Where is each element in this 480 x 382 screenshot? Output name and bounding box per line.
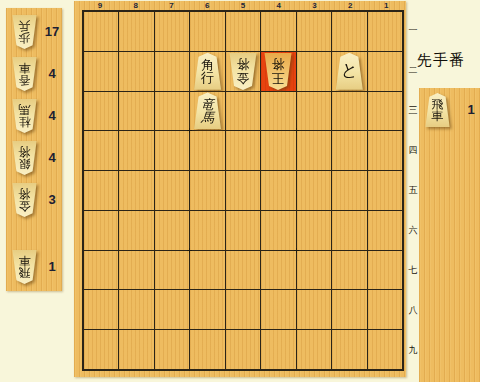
cell-3-7[interactable] — [297, 251, 331, 290]
cell-6-4[interactable] — [190, 131, 224, 170]
piece-sente-tokin[interactable]: と — [334, 53, 364, 90]
cell-2-5[interactable] — [332, 171, 366, 210]
hand-piece-sente-rook[interactable]: 飛車 — [424, 93, 451, 127]
cell-4-5[interactable] — [261, 171, 295, 210]
cell-6-8[interactable] — [190, 290, 224, 329]
file-labels: 987654321 — [82, 1, 404, 10]
shogi-diagram: 歩兵17香車4桂馬4銀将4金将3飛車1 987654321 角行金将王将と竜馬 … — [0, 0, 480, 382]
cell-1-1[interactable] — [368, 12, 402, 51]
gote-hand-row-lance: 香車4 — [6, 57, 62, 95]
piece-kanji: 桂 — [19, 116, 31, 128]
hand-piece-gote-pawn[interactable]: 歩兵 — [11, 15, 38, 49]
piece-face: 金将 — [11, 183, 38, 217]
cell-3-5[interactable] — [297, 171, 331, 210]
cell-2-2[interactable]: と — [332, 52, 366, 91]
cell-3-2[interactable] — [297, 52, 331, 91]
hand-piece-gote-rook[interactable]: 飛車 — [11, 250, 38, 284]
file-label-4: 4 — [261, 1, 297, 10]
cell-1-6[interactable] — [368, 211, 402, 250]
piece-face: 銀将 — [11, 141, 38, 175]
piece-kanji: 行 — [201, 71, 214, 84]
cell-6-1[interactable] — [190, 12, 224, 51]
hand-count-gote-knight: 4 — [40, 108, 64, 123]
cell-5-6[interactable] — [226, 211, 260, 250]
cell-9-5[interactable] — [84, 171, 118, 210]
piece-kanji: 車 — [432, 110, 444, 122]
piece-kanji: 将 — [19, 188, 31, 200]
gote-hand-stand: 歩兵17香車4桂馬4銀将4金将3飛車1 — [6, 8, 62, 291]
cell-5-2[interactable]: 金将 — [226, 52, 260, 91]
hand-count-sente-rook: 1 — [459, 102, 480, 117]
rank-label-一: 一 — [406, 10, 420, 50]
rank-label-三: 三 — [406, 90, 420, 130]
piece-kanji: 車 — [19, 255, 31, 267]
cell-1-2[interactable] — [368, 52, 402, 91]
piece-kanji: 角 — [201, 58, 214, 71]
rank-label-八: 八 — [406, 291, 420, 331]
cell-3-4[interactable] — [297, 131, 331, 170]
piece-kanji: 歩 — [19, 32, 31, 44]
hand-count-gote-lance: 4 — [40, 66, 64, 81]
hand-piece-gote-silver[interactable]: 銀将 — [11, 141, 38, 175]
rank-label-五: 五 — [406, 170, 420, 210]
cell-3-8[interactable] — [297, 290, 331, 329]
cell-2-3[interactable] — [332, 92, 366, 131]
piece-kanji: 兵 — [19, 20, 31, 32]
cell-9-7[interactable] — [84, 251, 118, 290]
hand-piece-gote-lance[interactable]: 香車 — [11, 57, 38, 91]
cell-4-1[interactable] — [261, 12, 295, 51]
rank-label-七: 七 — [406, 251, 420, 291]
sente-hand-row-rook: 飛車1 — [419, 93, 480, 131]
file-label-2: 2 — [332, 1, 368, 10]
cell-1-3[interactable] — [368, 92, 402, 131]
piece-face: 香車 — [11, 57, 38, 91]
piece-gote-king[interactable]: 王将 — [263, 53, 293, 90]
piece-kanji: 馬 — [19, 104, 31, 116]
cell-7-1[interactable] — [155, 12, 189, 51]
gote-hand-row-gold: 金将3 — [6, 183, 62, 221]
rank-label-九: 九 — [406, 331, 420, 371]
cell-9-6[interactable] — [84, 211, 118, 250]
hand-piece-gote-knight[interactable]: 桂馬 — [11, 99, 38, 133]
cell-9-4[interactable] — [84, 131, 118, 170]
cell-9-1[interactable] — [84, 12, 118, 51]
rank-label-六: 六 — [406, 211, 420, 251]
piece-kanji: 将 — [19, 146, 31, 158]
gote-hand-row-rook: 飛車1 — [6, 250, 62, 288]
cell-4-8[interactable] — [261, 290, 295, 329]
cell-2-4[interactable] — [332, 131, 366, 170]
piece-kanji: と — [341, 62, 358, 79]
cell-5-9[interactable] — [226, 330, 260, 369]
cell-8-4[interactable] — [119, 131, 153, 170]
cell-3-1[interactable] — [297, 12, 331, 51]
cell-1-4[interactable] — [368, 131, 402, 170]
cell-8-1[interactable] — [119, 12, 153, 51]
file-label-7: 7 — [154, 1, 190, 10]
cell-2-7[interactable] — [332, 251, 366, 290]
cell-4-2[interactable]: 王将 — [261, 52, 295, 91]
board: 987654321 角行金将王将と竜馬 — [74, 1, 406, 377]
file-label-5: 5 — [225, 1, 261, 10]
gote-hand-row-pawn: 歩兵17 — [6, 15, 62, 53]
cell-5-3[interactable] — [226, 92, 260, 131]
cell-6-7[interactable] — [190, 251, 224, 290]
piece-kanji: 銀 — [19, 158, 31, 170]
cell-8-2[interactable] — [119, 52, 153, 91]
piece-kanji: 将 — [236, 58, 249, 71]
turn-indicator: 先手番 — [417, 51, 465, 70]
gote-hand-row-silver: 銀将4 — [6, 141, 62, 179]
cell-6-3[interactable]: 竜馬 — [190, 92, 224, 131]
cell-4-3[interactable] — [261, 92, 295, 131]
cell-7-6[interactable] — [155, 211, 189, 250]
piece-face: 飛車 — [424, 93, 451, 127]
gote-hand-row-knight: 桂馬4 — [6, 99, 62, 137]
cell-8-5[interactable] — [119, 171, 153, 210]
cell-9-2[interactable] — [84, 52, 118, 91]
cell-8-6[interactable] — [119, 211, 153, 250]
cell-7-8[interactable] — [155, 290, 189, 329]
cell-9-8[interactable] — [84, 290, 118, 329]
piece-face: と — [334, 53, 364, 90]
cell-3-6[interactable] — [297, 211, 331, 250]
piece-sente-promoted-bishop[interactable]: 竜馬 — [193, 92, 223, 129]
piece-kanji: 香 — [19, 74, 31, 86]
hand-count-gote-pawn: 17 — [40, 24, 64, 39]
cell-5-4[interactable] — [226, 131, 260, 170]
cell-8-7[interactable] — [119, 251, 153, 290]
hand-count-gote-silver: 4 — [40, 150, 64, 165]
cell-4-9[interactable] — [261, 330, 295, 369]
file-label-6: 6 — [189, 1, 225, 10]
cell-4-4[interactable] — [261, 131, 295, 170]
rank-label-四: 四 — [406, 130, 420, 170]
cell-6-5[interactable] — [190, 171, 224, 210]
cell-9-3[interactable] — [84, 92, 118, 131]
cell-6-2[interactable]: 角行 — [190, 52, 224, 91]
file-label-9: 9 — [82, 1, 118, 10]
cell-2-1[interactable] — [332, 12, 366, 51]
piece-face: 飛車 — [11, 250, 38, 284]
cell-5-8[interactable] — [226, 290, 260, 329]
board-grid: 角行金将王将と竜馬 — [82, 10, 404, 371]
cell-7-3[interactable] — [155, 92, 189, 131]
piece-kanji: 馬 — [201, 111, 215, 124]
cell-6-9[interactable] — [190, 330, 224, 369]
cell-7-5[interactable] — [155, 171, 189, 210]
cell-2-8[interactable] — [332, 290, 366, 329]
cell-7-7[interactable] — [155, 251, 189, 290]
piece-kanji: 飛 — [19, 267, 31, 279]
piece-face: 桂馬 — [11, 99, 38, 133]
cell-7-4[interactable] — [155, 131, 189, 170]
cell-5-5[interactable] — [226, 171, 260, 210]
hand-piece-gote-gold[interactable]: 金将 — [11, 183, 38, 217]
piece-kanji: 金 — [19, 200, 31, 212]
cell-9-9[interactable] — [84, 330, 118, 369]
cell-1-8[interactable] — [368, 290, 402, 329]
cell-2-6[interactable] — [332, 211, 366, 250]
cell-4-7[interactable] — [261, 251, 295, 290]
file-label-8: 8 — [118, 1, 154, 10]
piece-face: 角行 — [193, 53, 223, 90]
piece-sente-bishop[interactable]: 角行 — [193, 53, 223, 90]
cell-1-7[interactable] — [368, 251, 402, 290]
piece-kanji: 王 — [272, 71, 285, 84]
cell-2-9[interactable] — [332, 330, 366, 369]
cell-4-6[interactable] — [261, 211, 295, 250]
cell-6-6[interactable] — [190, 211, 224, 250]
piece-face: 王将 — [263, 53, 293, 90]
cell-5-1[interactable] — [226, 12, 260, 51]
file-label-3: 3 — [297, 1, 333, 10]
cell-7-2[interactable] — [155, 52, 189, 91]
cell-3-9[interactable] — [297, 330, 331, 369]
piece-gote-gold[interactable]: 金将 — [228, 53, 258, 90]
cell-1-9[interactable] — [368, 330, 402, 369]
file-label-1: 1 — [368, 1, 404, 10]
piece-face: 竜馬 — [193, 92, 223, 129]
cell-8-3[interactable] — [119, 92, 153, 131]
cell-1-5[interactable] — [368, 171, 402, 210]
cell-8-8[interactable] — [119, 290, 153, 329]
piece-kanji: 将 — [272, 58, 285, 71]
piece-face: 歩兵 — [11, 15, 38, 49]
cell-8-9[interactable] — [119, 330, 153, 369]
cell-5-7[interactable] — [226, 251, 260, 290]
piece-kanji: 竜 — [201, 98, 215, 111]
piece-kanji: 金 — [236, 71, 249, 84]
cell-3-3[interactable] — [297, 92, 331, 131]
hand-count-gote-rook: 1 — [40, 259, 64, 274]
hand-count-gote-gold: 3 — [40, 192, 64, 207]
sente-hand-stand: 飛車1 — [419, 88, 480, 382]
piece-kanji: 車 — [19, 62, 31, 74]
cell-7-9[interactable] — [155, 330, 189, 369]
piece-face: 金将 — [228, 53, 258, 90]
